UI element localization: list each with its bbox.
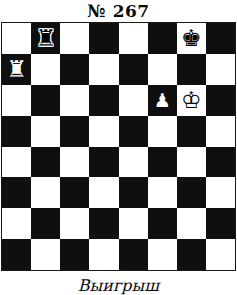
square-c2 [60,208,89,239]
square-d5 [89,116,118,147]
square-g4 [177,147,206,178]
square-f5 [148,116,177,147]
square-b3 [31,177,60,208]
square-h4 [206,147,235,178]
square-a4 [2,147,31,178]
square-f2 [148,208,177,239]
square-g2 [177,208,206,239]
square-e5 [119,116,148,147]
square-c1 [60,239,89,270]
square-c5 [60,116,89,147]
square-f3 [148,177,177,208]
square-b5 [31,116,60,147]
square-d7 [89,54,118,85]
square-c4 [60,147,89,178]
white-king: ♔ [181,89,202,112]
square-a5 [2,116,31,147]
puzzle-number: № 267 [0,1,237,21]
square-b7 [31,54,60,85]
square-h8 [206,23,235,54]
square-b2 [31,208,60,239]
square-c7 [60,54,89,85]
square-e4 [119,147,148,178]
square-b4 [31,147,60,178]
square-f8 [148,23,177,54]
square-b8: ♜ [31,23,60,54]
square-e3 [119,177,148,208]
square-g1 [177,239,206,270]
white-rook: ♜ [6,58,27,81]
square-e1 [119,239,148,270]
square-g6: ♔ [177,85,206,116]
square-d8 [89,23,118,54]
square-a2 [2,208,31,239]
square-c8 [60,23,89,54]
square-a3 [2,177,31,208]
stipulation-caption: Выигрыш [0,277,237,295]
square-d2 [89,208,118,239]
square-h5 [206,116,235,147]
square-d6 [89,85,118,116]
chess-board: ♜♚♜♟♔ [1,22,236,271]
square-b6 [31,85,60,116]
square-e7 [119,54,148,85]
square-a1 [2,239,31,270]
white-pawn: ♟ [154,91,171,110]
square-d1 [89,239,118,270]
square-g8: ♚ [177,23,206,54]
square-c6 [60,85,89,116]
square-a8 [2,23,31,54]
square-d3 [89,177,118,208]
square-h6 [206,85,235,116]
square-h3 [206,177,235,208]
black-king: ♚ [181,27,202,50]
square-f7 [148,54,177,85]
square-e8 [119,23,148,54]
square-f1 [148,239,177,270]
black-rook: ♜ [35,27,56,50]
square-d4 [89,147,118,178]
square-h1 [206,239,235,270]
square-f4 [148,147,177,178]
square-h7 [206,54,235,85]
diagram-page: № 267 ♜♚♜♟♔ Выигрыш [0,0,237,295]
square-g3 [177,177,206,208]
square-b1 [31,239,60,270]
square-c3 [60,177,89,208]
square-g5 [177,116,206,147]
square-e6 [119,85,148,116]
square-h2 [206,208,235,239]
square-a7: ♜ [2,54,31,85]
square-f6: ♟ [148,85,177,116]
square-g7 [177,54,206,85]
square-e2 [119,208,148,239]
square-a6 [2,85,31,116]
